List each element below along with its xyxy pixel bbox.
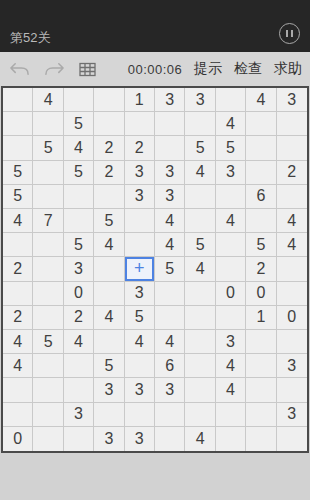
grid-cell[interactable]: 5	[185, 233, 215, 257]
grid-cell[interactable]: 7	[33, 209, 63, 233]
grid-cell[interactable]	[277, 185, 307, 209]
toolbar: 00:00:06 提示 检查 求助	[0, 52, 310, 86]
undo-button[interactable]	[6, 60, 33, 78]
grid-cell[interactable]: 5	[3, 161, 33, 185]
grid-cell[interactable]	[155, 427, 185, 451]
grid-cell[interactable]: 4	[277, 233, 307, 257]
grid-cell[interactable]	[155, 136, 185, 160]
grid-cell[interactable]: 5	[33, 136, 63, 160]
grid-cell[interactable]: 3	[94, 378, 124, 402]
grid-cell[interactable]: 0	[216, 282, 246, 306]
grid-cell[interactable]: 4	[94, 306, 124, 330]
grid-cell[interactable]	[3, 233, 33, 257]
grid-cell[interactable]	[277, 427, 307, 451]
grid-cell[interactable]: 1	[246, 306, 276, 330]
grid-cell[interactable]	[94, 112, 124, 136]
grid-cell[interactable]: 5	[125, 306, 155, 330]
grid-cell[interactable]: 2	[64, 306, 94, 330]
grid-cell[interactable]	[216, 403, 246, 427]
grid-cell[interactable]: 4	[3, 209, 33, 233]
grid-cell[interactable]	[64, 185, 94, 209]
grid-cell[interactable]	[277, 136, 307, 160]
grid-cell[interactable]	[246, 112, 276, 136]
grid-cell[interactable]	[246, 136, 276, 160]
grid-cell[interactable]: 2	[125, 136, 155, 160]
grid-cell[interactable]	[216, 88, 246, 112]
grid-cell[interactable]	[185, 112, 215, 136]
grid-cell[interactable]: 0	[64, 282, 94, 306]
grid-cell[interactable]	[185, 306, 215, 330]
hint-button[interactable]: 提示	[194, 60, 222, 78]
grid-cell[interactable]	[33, 306, 63, 330]
grid-cell[interactable]: 3	[64, 257, 94, 281]
grid-cell[interactable]: 5	[246, 233, 276, 257]
undo-icon	[9, 62, 30, 76]
grid-cell[interactable]	[33, 403, 63, 427]
grid-cell[interactable]	[246, 354, 276, 378]
grid-cell[interactable]: 4	[185, 161, 215, 185]
puzzle-board: 4133435454225555233432533647544454455423…	[1, 86, 309, 453]
grid-cell[interactable]: 4	[155, 209, 185, 233]
grid-cell[interactable]: 4	[216, 112, 246, 136]
grid-cell[interactable]: 5	[185, 136, 215, 160]
title-bar: 第52关	[0, 0, 310, 52]
grid-cell[interactable]: 3	[185, 88, 215, 112]
grid-cell[interactable]	[64, 378, 94, 402]
grid-cell[interactable]: 4	[3, 330, 33, 354]
grid-cell[interactable]	[3, 378, 33, 402]
grid-cell[interactable]: 4	[64, 330, 94, 354]
grid-cell[interactable]: 4	[33, 88, 63, 112]
grid-cell[interactable]	[64, 88, 94, 112]
grid-cell[interactable]: 4	[155, 233, 185, 257]
grid-cell[interactable]: 3	[155, 88, 185, 112]
grid-cell[interactable]: 2	[94, 136, 124, 160]
grid-cell[interactable]	[33, 427, 63, 451]
grid-cell[interactable]: 0	[246, 282, 276, 306]
grid-cell[interactable]: 3	[277, 354, 307, 378]
grid-cell[interactable]: 2	[94, 161, 124, 185]
grid-cell[interactable]	[33, 257, 63, 281]
grid-cell[interactable]: 0	[3, 427, 33, 451]
level-title: 第52关	[10, 31, 50, 44]
grid-cell[interactable]: 5	[94, 354, 124, 378]
grid-cell[interactable]: 5	[33, 330, 63, 354]
grid-cell[interactable]	[33, 354, 63, 378]
pause-icon	[286, 30, 293, 37]
grid-cell[interactable]	[277, 330, 307, 354]
grid-cell[interactable]: 3	[216, 161, 246, 185]
redo-icon	[44, 62, 65, 76]
grid-cell[interactable]	[155, 306, 185, 330]
grid-cell[interactable]	[246, 330, 276, 354]
grid-cell[interactable]	[125, 112, 155, 136]
grid-cell[interactable]	[216, 257, 246, 281]
grid-cell[interactable]	[3, 88, 33, 112]
grid-cell[interactable]	[94, 330, 124, 354]
grid-cell[interactable]	[33, 378, 63, 402]
grid-cell[interactable]: 3	[125, 378, 155, 402]
grid-cell[interactable]: 3	[155, 185, 185, 209]
grid-cell[interactable]	[64, 427, 94, 451]
grid-cell[interactable]: 6	[246, 185, 276, 209]
grid-cell[interactable]	[125, 233, 155, 257]
grid-cell[interactable]: 3	[155, 161, 185, 185]
timer: 00:00:06	[128, 62, 183, 77]
grid-cell[interactable]: 3	[155, 378, 185, 402]
grid-cell[interactable]: 3	[125, 161, 155, 185]
grid-cell[interactable]	[216, 185, 246, 209]
grid-cell[interactable]	[185, 185, 215, 209]
grid-cell[interactable]	[246, 403, 276, 427]
grid-cell[interactable]: 6	[155, 354, 185, 378]
grid-cell[interactable]: 5	[64, 161, 94, 185]
grid-cell[interactable]	[33, 233, 63, 257]
grid-cell[interactable]	[216, 233, 246, 257]
grid-cell[interactable]: 2	[246, 257, 276, 281]
grid-cell[interactable]: 1	[125, 88, 155, 112]
grid-cell[interactable]	[246, 209, 276, 233]
selected-cell[interactable]: +	[125, 257, 155, 281]
grid-cell[interactable]	[33, 161, 63, 185]
grid-cell[interactable]	[277, 282, 307, 306]
grid-cell[interactable]	[246, 427, 276, 451]
grid-cell[interactable]: 4	[64, 136, 94, 160]
grid-cell[interactable]: 3	[125, 427, 155, 451]
grid-cell[interactable]	[155, 112, 185, 136]
grid-cell[interactable]	[277, 378, 307, 402]
grid-cell[interactable]	[3, 403, 33, 427]
grid-cell[interactable]	[185, 378, 215, 402]
grid-cell[interactable]	[33, 112, 63, 136]
pause-button[interactable]	[279, 23, 300, 44]
grid-cell[interactable]: 5	[94, 209, 124, 233]
grid-cell[interactable]	[94, 257, 124, 281]
grid-cell[interactable]: 3	[277, 88, 307, 112]
grid-cell[interactable]	[3, 282, 33, 306]
grid-cell[interactable]: 4	[155, 330, 185, 354]
grid-icon	[79, 62, 96, 77]
grid-cell[interactable]: 4	[3, 354, 33, 378]
grid-cell[interactable]: 3	[64, 403, 94, 427]
grid-cell[interactable]: 0	[277, 306, 307, 330]
grid-cell[interactable]: 3	[216, 330, 246, 354]
help-button[interactable]: 求助	[274, 60, 302, 78]
grid-cell[interactable]	[3, 112, 33, 136]
grid-cell[interactable]	[94, 88, 124, 112]
grid-cell[interactable]: 3	[94, 427, 124, 451]
grid-cell[interactable]	[64, 354, 94, 378]
grid-cell[interactable]	[277, 112, 307, 136]
grid-cell[interactable]	[246, 378, 276, 402]
board-view-button[interactable]	[76, 60, 99, 79]
grid-cell[interactable]	[185, 282, 215, 306]
grid-cell[interactable]	[155, 282, 185, 306]
grid-cell[interactable]: 5	[155, 257, 185, 281]
redo-button[interactable]	[41, 60, 68, 78]
grid-cell[interactable]: 4	[216, 209, 246, 233]
grid-cell[interactable]	[155, 403, 185, 427]
grid-cell[interactable]: 4	[94, 233, 124, 257]
toolbar-actions: 提示 检查 求助	[194, 60, 304, 78]
grid-cell[interactable]	[185, 209, 215, 233]
grid-cell[interactable]	[94, 282, 124, 306]
grid-cell[interactable]: 4	[277, 209, 307, 233]
grid-cell[interactable]: 4	[185, 427, 215, 451]
grid-cell[interactable]	[94, 403, 124, 427]
grid-cell[interactable]	[185, 403, 215, 427]
grid-cell[interactable]	[125, 209, 155, 233]
grid-cell[interactable]: 5	[64, 233, 94, 257]
grid-cell[interactable]: 3	[125, 282, 155, 306]
grid-cell[interactable]: 4	[246, 88, 276, 112]
grid-cell[interactable]: 5	[216, 136, 246, 160]
grid-cell[interactable]	[3, 136, 33, 160]
grid-cell[interactable]	[185, 354, 215, 378]
grid-cell[interactable]: 3	[125, 185, 155, 209]
grid-cell[interactable]	[94, 185, 124, 209]
grid-cell[interactable]	[277, 257, 307, 281]
grid-cell[interactable]: 2	[3, 257, 33, 281]
grid-cell[interactable]: 4	[216, 378, 246, 402]
grid-cell[interactable]	[64, 209, 94, 233]
grid-cell[interactable]: 4	[185, 257, 215, 281]
grid-cell[interactable]: 3	[277, 403, 307, 427]
grid-cell[interactable]: 4	[125, 330, 155, 354]
check-button[interactable]: 检查	[234, 60, 262, 78]
grid-cell[interactable]	[125, 354, 155, 378]
grid-cell[interactable]	[125, 403, 155, 427]
grid-cell[interactable]	[246, 161, 276, 185]
grid-cell[interactable]: 2	[277, 161, 307, 185]
grid-cell[interactable]	[216, 306, 246, 330]
grid-cell[interactable]: 5	[3, 185, 33, 209]
grid-cell[interactable]	[185, 330, 215, 354]
grid-cell[interactable]: 2	[3, 306, 33, 330]
grid-cell[interactable]	[33, 185, 63, 209]
grid-cell[interactable]: 4	[216, 354, 246, 378]
grid-cell[interactable]: 5	[64, 112, 94, 136]
grid-cell[interactable]	[216, 427, 246, 451]
grid-cell[interactable]	[33, 282, 63, 306]
